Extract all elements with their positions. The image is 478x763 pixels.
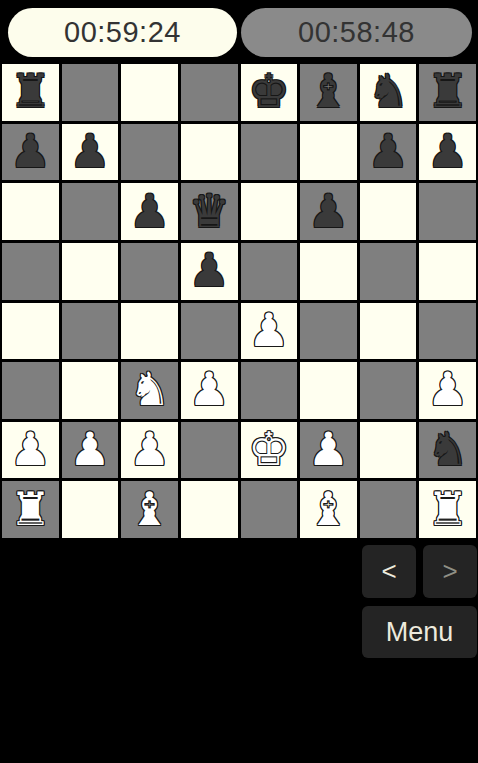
square-g6[interactable] — [360, 183, 417, 240]
square-d1[interactable] — [181, 481, 238, 538]
square-h1[interactable]: ♜ — [419, 481, 476, 538]
white-bishop: ♝ — [308, 486, 349, 532]
black-pawn: ♟ — [427, 128, 468, 174]
square-d6[interactable]: ♛ — [181, 183, 238, 240]
square-e5[interactable] — [241, 243, 298, 300]
square-g3[interactable] — [360, 362, 417, 419]
square-c5[interactable] — [121, 243, 178, 300]
black-bishop: ♝ — [308, 68, 349, 114]
black-clock: 00:58:48 — [241, 8, 472, 57]
square-b2[interactable]: ♟ — [62, 422, 119, 479]
black-queen: ♛ — [189, 188, 230, 234]
forward-button[interactable]: > — [423, 545, 477, 598]
square-a2[interactable]: ♟ — [2, 422, 59, 479]
square-a3[interactable] — [2, 362, 59, 419]
square-d7[interactable] — [181, 124, 238, 181]
menu-button[interactable]: Menu — [362, 606, 477, 658]
square-h4[interactable] — [419, 303, 476, 360]
square-e1[interactable] — [241, 481, 298, 538]
white-knight: ♞ — [129, 366, 170, 412]
square-c8[interactable] — [121, 64, 178, 121]
square-d5[interactable]: ♟ — [181, 243, 238, 300]
square-f8[interactable]: ♝ — [300, 64, 357, 121]
square-e4[interactable]: ♟ — [241, 303, 298, 360]
black-knight: ♞ — [427, 426, 468, 472]
white-clock-time: 00:59:24 — [64, 16, 181, 49]
back-button[interactable]: < — [362, 545, 416, 598]
white-pawn: ♟ — [69, 426, 110, 472]
square-b3[interactable] — [62, 362, 119, 419]
white-pawn: ♟ — [248, 307, 289, 353]
square-e3[interactable] — [241, 362, 298, 419]
white-pawn: ♟ — [308, 426, 349, 472]
white-king: ♚ — [248, 426, 289, 472]
square-e7[interactable] — [241, 124, 298, 181]
chess-board: ♜♚♝♞♜♟♟♟♟♟♛♟♟♟♞♟♟♟♟♟♚♟♞♜♝♝♜ — [0, 62, 478, 540]
square-b1[interactable] — [62, 481, 119, 538]
square-d3[interactable]: ♟ — [181, 362, 238, 419]
square-f4[interactable] — [300, 303, 357, 360]
square-b4[interactable] — [62, 303, 119, 360]
square-e8[interactable]: ♚ — [241, 64, 298, 121]
square-c7[interactable] — [121, 124, 178, 181]
white-pawn: ♟ — [129, 426, 170, 472]
square-b5[interactable] — [62, 243, 119, 300]
square-g7[interactable]: ♟ — [360, 124, 417, 181]
square-e6[interactable] — [241, 183, 298, 240]
square-a4[interactable] — [2, 303, 59, 360]
square-h5[interactable] — [419, 243, 476, 300]
square-f5[interactable] — [300, 243, 357, 300]
black-pawn: ♟ — [10, 128, 51, 174]
square-d8[interactable] — [181, 64, 238, 121]
black-knight: ♞ — [367, 68, 408, 114]
square-d4[interactable] — [181, 303, 238, 360]
square-e2[interactable]: ♚ — [241, 422, 298, 479]
black-rook: ♜ — [427, 68, 468, 114]
square-a7[interactable]: ♟ — [2, 124, 59, 181]
white-bishop: ♝ — [129, 486, 170, 532]
white-pawn: ♟ — [189, 366, 230, 412]
square-f3[interactable] — [300, 362, 357, 419]
square-h3[interactable]: ♟ — [419, 362, 476, 419]
square-a1[interactable]: ♜ — [2, 481, 59, 538]
square-g5[interactable] — [360, 243, 417, 300]
square-a8[interactable]: ♜ — [2, 64, 59, 121]
square-g4[interactable] — [360, 303, 417, 360]
white-pawn: ♟ — [427, 366, 468, 412]
square-a5[interactable] — [2, 243, 59, 300]
square-h7[interactable]: ♟ — [419, 124, 476, 181]
black-pawn: ♟ — [69, 128, 110, 174]
square-b8[interactable] — [62, 64, 119, 121]
square-h2[interactable]: ♞ — [419, 422, 476, 479]
square-h6[interactable] — [419, 183, 476, 240]
black-pawn: ♟ — [308, 188, 349, 234]
square-f2[interactable]: ♟ — [300, 422, 357, 479]
square-f6[interactable]: ♟ — [300, 183, 357, 240]
square-c2[interactable]: ♟ — [121, 422, 178, 479]
square-b6[interactable] — [62, 183, 119, 240]
chess-app-screen: 00:59:24 00:58:48 ♜♚♝♞♜♟♟♟♟♟♛♟♟♟♞♟♟♟♟♟♚♟… — [0, 0, 478, 763]
white-rook: ♜ — [427, 486, 468, 532]
black-clock-time: 00:58:48 — [298, 16, 415, 49]
square-d2[interactable] — [181, 422, 238, 479]
square-h8[interactable]: ♜ — [419, 64, 476, 121]
square-c3[interactable]: ♞ — [121, 362, 178, 419]
square-a6[interactable] — [2, 183, 59, 240]
black-pawn: ♟ — [189, 247, 230, 293]
square-b7[interactable]: ♟ — [62, 124, 119, 181]
square-c1[interactable]: ♝ — [121, 481, 178, 538]
white-pawn: ♟ — [10, 426, 51, 472]
black-king: ♚ — [248, 68, 289, 114]
black-pawn: ♟ — [129, 188, 170, 234]
square-g2[interactable] — [360, 422, 417, 479]
square-c4[interactable] — [121, 303, 178, 360]
black-pawn: ♟ — [367, 128, 408, 174]
square-f7[interactable] — [300, 124, 357, 181]
white-rook: ♜ — [10, 486, 51, 532]
white-clock: 00:59:24 — [8, 8, 237, 57]
square-f1[interactable]: ♝ — [300, 481, 357, 538]
square-c6[interactable]: ♟ — [121, 183, 178, 240]
square-g8[interactable]: ♞ — [360, 64, 417, 121]
black-rook: ♜ — [10, 68, 51, 114]
square-g1[interactable] — [360, 481, 417, 538]
